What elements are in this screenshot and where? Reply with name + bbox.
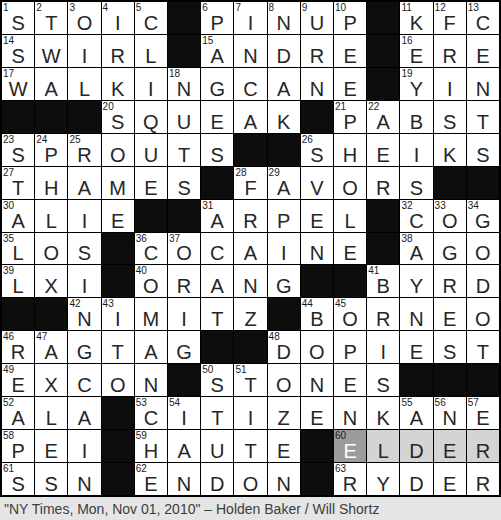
grid-cell[interactable]: N — [234, 35, 266, 67]
cell-letter: C — [243, 79, 257, 100]
cell-letter: C — [409, 211, 423, 232]
grid-cell[interactable]: L — [334, 200, 366, 232]
grid-cell[interactable]: 53C — [135, 397, 167, 429]
grid-cell[interactable]: E — [135, 167, 167, 199]
grid-cell[interactable]: N — [301, 364, 333, 396]
cell-letter: S — [211, 375, 224, 396]
grid-cell[interactable]: A — [201, 265, 233, 297]
grid-cell[interactable]: 17W — [2, 68, 34, 100]
grid-cell[interactable]: 41B — [367, 265, 399, 297]
grid-cell[interactable]: 56N — [434, 397, 466, 429]
grid-cell[interactable]: G — [268, 265, 300, 297]
grid-cell[interactable]: U — [168, 101, 200, 133]
grid-cell[interactable]: M — [102, 167, 134, 199]
grid-cell[interactable]: 16E — [400, 35, 432, 67]
cell-letter: E — [443, 309, 456, 330]
cell-letter: B — [377, 276, 390, 297]
grid-cell[interactable]: I — [68, 430, 100, 462]
grid-cell[interactable]: Y — [367, 463, 399, 495]
grid-cell[interactable]: M — [135, 298, 167, 330]
grid-cell[interactable]: T — [234, 430, 266, 462]
grid-cell[interactable]: R — [234, 200, 266, 232]
cell-letter: Z — [244, 309, 256, 330]
grid-cell[interactable]: O — [35, 233, 67, 265]
grid-cell[interactable]: 42N — [68, 298, 100, 330]
grid-cell[interactable]: S — [367, 364, 399, 396]
grid-cell[interactable]: E — [301, 397, 333, 429]
grid-cell[interactable]: 7I — [234, 2, 266, 34]
black-cell — [35, 101, 67, 133]
cell-letter: T — [211, 309, 223, 330]
grid-cell[interactable]: C — [68, 364, 100, 396]
grid-cell[interactable]: E — [334, 68, 366, 100]
grid-cell[interactable]: A — [68, 167, 100, 199]
grid-cell[interactable]: S — [35, 463, 67, 495]
grid-cell[interactable]: A — [168, 430, 200, 462]
grid-cell[interactable]: I — [400, 134, 432, 166]
grid-cell[interactable]: 28F — [234, 167, 266, 199]
clue-number: 55 — [401, 397, 412, 408]
grid-cell[interactable]: R — [168, 265, 200, 297]
grid-cell[interactable]: 49E — [2, 364, 34, 396]
grid-cell[interactable]: 62E — [135, 463, 167, 495]
grid-cell[interactable]: N — [234, 265, 266, 297]
grid-cell[interactable]: O — [102, 134, 134, 166]
grid-cell[interactable]: P — [334, 331, 366, 363]
grid-cell[interactable]: W — [35, 35, 67, 67]
grid-cell[interactable]: 59H — [135, 430, 167, 462]
grid-cell[interactable]: N — [400, 298, 432, 330]
grid-cell[interactable]: Q — [135, 101, 167, 133]
grid-cell[interactable]: T — [102, 331, 134, 363]
cell-letter: T — [12, 178, 24, 199]
grid-cell[interactable]: N — [467, 68, 499, 100]
cell-letter: O — [442, 211, 458, 232]
grid-cell[interactable]: 51T — [234, 364, 266, 396]
cell-letter: O — [475, 309, 491, 330]
grid-cell[interactable]: T — [467, 101, 499, 133]
cell-letter: N — [276, 13, 290, 34]
grid-cell[interactable]: X — [35, 265, 67, 297]
grid-cell[interactable]: 55A — [400, 397, 432, 429]
cell-letter: N — [177, 79, 191, 100]
grid-cell[interactable]: R — [367, 167, 399, 199]
cell-letter: T — [477, 112, 489, 133]
grid-cell[interactable]: P — [268, 200, 300, 232]
grid-cell[interactable]: 27T — [2, 167, 34, 199]
grid-cell[interactable]: O — [467, 233, 499, 265]
black-cell — [168, 2, 200, 34]
grid-cell[interactable]: O — [102, 364, 134, 396]
grid-cell[interactable]: I — [268, 233, 300, 265]
cell-letter: N — [409, 309, 423, 330]
cell-letter: S — [211, 145, 224, 166]
clue-number: 16 — [401, 35, 412, 46]
grid-cell[interactable]: R — [434, 35, 466, 67]
cell-letter: E — [410, 46, 423, 67]
cell-letter: E — [111, 211, 124, 232]
grid-cell[interactable]: L — [35, 397, 67, 429]
cursor-cell[interactable]: 60E — [334, 430, 366, 462]
grid-cell[interactable]: H — [35, 167, 67, 199]
grid-cell[interactable]: 35L — [2, 233, 34, 265]
cell-letter: F — [244, 178, 256, 199]
black-cell — [201, 167, 233, 199]
grid-cell[interactable]: B — [400, 101, 432, 133]
grid-cell[interactable]: 61S — [2, 463, 34, 495]
cell-letter: Y — [410, 79, 423, 100]
cell-letter: X — [45, 276, 58, 297]
black-cell — [234, 331, 266, 363]
grid-cell[interactable]: 46R — [2, 331, 34, 363]
grid-cell[interactable]: 26S — [301, 134, 333, 166]
cell-letter: A — [144, 342, 157, 363]
grid-cell[interactable]: K — [434, 134, 466, 166]
cell-letter: L — [345, 211, 356, 232]
grid-cell[interactable]: R — [102, 35, 134, 67]
grid-cell[interactable]: U — [135, 134, 167, 166]
clue-number: 30 — [3, 200, 14, 211]
grid-cell[interactable]: I — [68, 265, 100, 297]
cell-letter: L — [13, 276, 24, 297]
grid-cell[interactable]: 36C — [135, 233, 167, 265]
grid-cell[interactable]: I — [135, 68, 167, 100]
cell-letter: A — [211, 276, 224, 297]
black-cell — [367, 35, 399, 67]
grid-cell[interactable]: 23S — [2, 134, 34, 166]
cell-letter: E — [443, 441, 456, 462]
cell-letter: A — [11, 408, 24, 429]
grid-cell[interactable]: 29A — [268, 167, 300, 199]
black-cell — [268, 134, 300, 166]
grid-cell[interactable]: O — [234, 463, 266, 495]
cell-letter: N — [476, 79, 490, 100]
grid-cell[interactable]: 14S — [2, 35, 34, 67]
clue-number: 34 — [468, 200, 479, 211]
grid-cell[interactable]: N — [301, 68, 333, 100]
cell-letter: P — [343, 342, 356, 363]
grid-cell[interactable]: I — [234, 397, 266, 429]
grid-cell[interactable]: 22A — [367, 101, 399, 133]
clue-number: 42 — [69, 298, 80, 309]
grid-cell[interactable]: 1S — [2, 2, 34, 34]
grid-cell[interactable]: N — [68, 463, 100, 495]
cell-letter: S — [310, 145, 323, 166]
grid-cell[interactable]: D — [400, 430, 432, 462]
grid-cell[interactable]: A — [268, 68, 300, 100]
grid-cell[interactable]: T — [168, 134, 200, 166]
cell-letter: S — [177, 178, 190, 199]
grid-cell[interactable]: I — [168, 298, 200, 330]
black-cell — [102, 430, 134, 462]
black-cell — [434, 167, 466, 199]
grid-cell[interactable]: Z — [268, 397, 300, 429]
grid-cell[interactable]: N — [168, 463, 200, 495]
grid-cell[interactable]: A — [135, 331, 167, 363]
black-cell — [367, 200, 399, 232]
cell-letter: L — [145, 46, 156, 67]
grid-cell[interactable]: A — [68, 397, 100, 429]
cell-letter: S — [443, 112, 456, 133]
grid-cell[interactable]: O — [334, 167, 366, 199]
grid-cell[interactable]: I — [434, 68, 466, 100]
grid-cell[interactable]: 19Y — [400, 68, 432, 100]
grid-cell[interactable]: 8N — [268, 2, 300, 34]
grid-cell[interactable]: R — [467, 430, 499, 462]
grid-cell[interactable]: 3O — [68, 2, 100, 34]
grid-cell[interactable]: O — [268, 364, 300, 396]
cell-letter: G — [176, 342, 192, 363]
grid-cell[interactable]: E — [35, 430, 67, 462]
cell-letter: R — [243, 211, 257, 232]
cell-letter: D — [276, 342, 290, 363]
clue-number: 1 — [3, 2, 9, 13]
cell-letter: P — [343, 13, 356, 34]
clue-number: 28 — [235, 167, 246, 178]
grid-cell[interactable]: S — [68, 233, 100, 265]
grid-cell[interactable]: S — [434, 331, 466, 363]
grid-cell[interactable]: K — [102, 68, 134, 100]
clue-number: 44 — [302, 298, 313, 309]
grid-cell[interactable]: 11K — [400, 2, 432, 34]
clue-number: 24 — [36, 134, 47, 145]
grid-cell[interactable]: T — [201, 298, 233, 330]
grid-cell[interactable]: K — [268, 101, 300, 133]
cell-letter: N — [243, 276, 257, 297]
cell-letter: E — [11, 375, 24, 396]
grid-cell[interactable]: O — [467, 298, 499, 330]
cell-letter: O — [342, 309, 358, 330]
grid-cell[interactable]: S — [467, 134, 499, 166]
cell-letter: O — [110, 145, 126, 166]
grid-cell[interactable]: G — [168, 331, 200, 363]
grid-cell[interactable]: K — [367, 397, 399, 429]
grid-cell[interactable]: 63R — [334, 463, 366, 495]
grid-cell[interactable]: E — [301, 200, 333, 232]
grid-cell[interactable]: 44B — [301, 298, 333, 330]
cell-letter: E — [476, 46, 489, 67]
clue-number: 5 — [136, 2, 142, 13]
grid-cell[interactable]: E — [467, 35, 499, 67]
grid-cell[interactable]: D — [201, 463, 233, 495]
grid-cell[interactable]: R — [301, 35, 333, 67]
grid-cell[interactable]: C — [234, 68, 266, 100]
cell-letter: U — [310, 13, 324, 34]
grid-cell[interactable]: S — [400, 167, 432, 199]
cell-letter: N — [310, 79, 324, 100]
grid-cell[interactable]: G — [201, 68, 233, 100]
grid-cell[interactable]: T — [201, 397, 233, 429]
grid-cell[interactable]: A — [234, 233, 266, 265]
grid-cell[interactable]: E — [268, 430, 300, 462]
cell-letter: C — [144, 13, 158, 34]
grid-cell[interactable]: 38A — [400, 233, 432, 265]
cell-letter: E — [211, 112, 224, 133]
grid-cell[interactable]: R — [467, 463, 499, 495]
cell-letter: E — [343, 375, 356, 396]
grid-cell[interactable]: E — [334, 233, 366, 265]
cell-letter: F — [444, 13, 456, 34]
grid-cell[interactable]: X — [35, 364, 67, 396]
cell-letter: D — [409, 474, 423, 495]
grid-cell[interactable]: N — [301, 233, 333, 265]
cell-letter: R — [376, 309, 390, 330]
cell-letter: O — [309, 342, 325, 363]
grid-cell[interactable]: L — [135, 35, 167, 67]
grid-cell[interactable]: E — [334, 364, 366, 396]
cell-letter: B — [310, 309, 323, 330]
black-cell — [467, 167, 499, 199]
grid-cell[interactable]: 45O — [334, 298, 366, 330]
cell-letter: K — [111, 79, 124, 100]
grid-cell[interactable]: S — [434, 101, 466, 133]
clue-number: 14 — [3, 35, 14, 46]
cell-letter: E — [45, 441, 58, 462]
grid-cell[interactable]: E — [102, 200, 134, 232]
cell-letter: I — [447, 79, 453, 100]
cell-letter: I — [148, 79, 154, 100]
grid-cell[interactable]: 48D — [268, 331, 300, 363]
grid-cell[interactable]: O — [301, 331, 333, 363]
grid-cell[interactable]: 37O — [168, 233, 200, 265]
grid-cell[interactable]: 18N — [168, 68, 200, 100]
cell-letter: O — [276, 375, 292, 396]
cell-letter: A — [211, 211, 224, 232]
grid-cell[interactable]: 58P — [2, 430, 34, 462]
grid-cell[interactable]: 50S — [201, 364, 233, 396]
cell-letter: N — [77, 474, 91, 495]
grid-cell[interactable]: Z — [234, 298, 266, 330]
grid-cell[interactable]: 33O — [434, 200, 466, 232]
cell-letter: U — [177, 112, 191, 133]
cell-letter: T — [211, 408, 223, 429]
grid-cell[interactable]: 12F — [434, 2, 466, 34]
cell-letter: H — [343, 145, 357, 166]
grid-cell[interactable]: 57E — [467, 397, 499, 429]
grid-cell[interactable]: C — [201, 233, 233, 265]
grid-cell[interactable]: 30A — [2, 200, 34, 232]
grid-cell[interactable]: T — [467, 331, 499, 363]
clue-number: 61 — [3, 463, 14, 474]
cell-letter: R — [476, 474, 490, 495]
clue-number: 7 — [235, 2, 241, 13]
grid-cell[interactable]: 2T — [35, 2, 67, 34]
grid-cell[interactable]: 6P — [201, 2, 233, 34]
grid-cell[interactable]: 4I — [102, 2, 134, 34]
clue-number: 37 — [169, 233, 180, 244]
cell-letter: I — [82, 46, 88, 67]
grid-cell[interactable]: N — [135, 364, 167, 396]
grid-cell[interactable]: 54I — [168, 397, 200, 429]
grid-cell[interactable]: A — [234, 101, 266, 133]
grid-cell[interactable]: 47A — [35, 331, 67, 363]
cell-letter: L — [378, 441, 389, 462]
black-cell — [102, 233, 134, 265]
black-cell — [301, 265, 333, 297]
grid-cell[interactable]: 5C — [135, 2, 167, 34]
cell-letter: T — [112, 342, 124, 363]
grid-cell[interactable]: 21P — [334, 101, 366, 133]
grid-cell[interactable]: 25R — [68, 134, 100, 166]
grid-cell[interactable]: 15A — [201, 35, 233, 67]
cell-letter: A — [277, 178, 290, 199]
cell-letter: G — [210, 79, 226, 100]
clue-number: 46 — [3, 331, 14, 342]
grid-cell[interactable]: E — [434, 463, 466, 495]
grid-cell[interactable]: E — [400, 331, 432, 363]
grid-cell[interactable]: 43I — [102, 298, 134, 330]
grid-cell[interactable]: R — [434, 265, 466, 297]
cell-letter: I — [115, 13, 121, 34]
grid-cell[interactable]: 9U — [301, 2, 333, 34]
grid-cell[interactable]: 52A — [2, 397, 34, 429]
grid-cell[interactable]: 13C — [467, 2, 499, 34]
grid-cell[interactable]: G — [68, 331, 100, 363]
cell-letter: P — [277, 211, 290, 232]
grid-cell[interactable]: N — [268, 463, 300, 495]
grid-cell[interactable]: L — [367, 430, 399, 462]
grid-cell[interactable]: H — [334, 134, 366, 166]
grid-cell[interactable]: L — [68, 68, 100, 100]
clue-number: 15 — [202, 35, 213, 46]
grid-cell[interactable]: E — [201, 101, 233, 133]
grid-cell[interactable]: Y — [400, 265, 432, 297]
grid-cell[interactable]: D — [467, 265, 499, 297]
grid-cell[interactable]: 32C — [400, 200, 432, 232]
grid-cell[interactable]: 34G — [467, 200, 499, 232]
cell-letter: A — [177, 441, 190, 462]
grid-cell[interactable]: 40O — [135, 265, 167, 297]
grid-cell[interactable]: E — [334, 35, 366, 67]
clue-number: 60 — [335, 430, 346, 441]
grid-cell[interactable]: 24P — [35, 134, 67, 166]
grid-cell[interactable]: 20S — [102, 101, 134, 133]
grid-cell[interactable]: 39L — [2, 265, 34, 297]
grid-cell[interactable]: I — [68, 200, 100, 232]
grid-cell[interactable]: S — [168, 167, 200, 199]
grid-cell[interactable]: R — [367, 298, 399, 330]
grid-cell[interactable]: I — [367, 331, 399, 363]
clue-number: 63 — [335, 463, 346, 474]
grid-cell[interactable]: D — [400, 463, 432, 495]
cell-letter: C — [476, 13, 490, 34]
cell-letter: O — [143, 276, 159, 297]
grid-cell[interactable]: L — [35, 200, 67, 232]
grid-cell[interactable]: E — [434, 298, 466, 330]
cell-letter: E — [410, 342, 423, 363]
grid-cell[interactable]: A — [35, 68, 67, 100]
grid-cell[interactable]: E — [434, 430, 466, 462]
grid-cell[interactable]: D — [268, 35, 300, 67]
grid-cell[interactable]: G — [434, 233, 466, 265]
clue-number: 53 — [136, 397, 147, 408]
black-cell — [367, 233, 399, 265]
clue-number: 25 — [69, 134, 80, 145]
grid-cell[interactable]: V — [301, 167, 333, 199]
clue-number: 38 — [401, 233, 412, 244]
grid-cell[interactable]: 31A — [201, 200, 233, 232]
cell-letter: S — [476, 145, 489, 166]
cell-letter: A — [211, 46, 224, 67]
cell-letter: A — [11, 211, 24, 232]
grid-cell[interactable]: U — [201, 430, 233, 462]
grid-cell[interactable]: I — [68, 35, 100, 67]
clue-number: 19 — [401, 68, 412, 79]
grid-cell[interactable]: N — [334, 397, 366, 429]
grid-cell[interactable]: S — [201, 134, 233, 166]
grid-cell[interactable]: E — [367, 134, 399, 166]
grid-cell[interactable]: 10P — [334, 2, 366, 34]
